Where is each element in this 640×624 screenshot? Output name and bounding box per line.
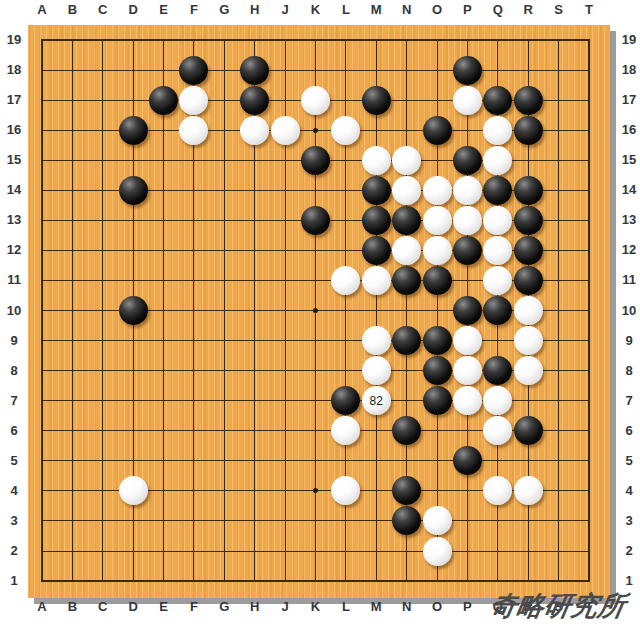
stone-white-Q13[interactable] bbox=[483, 206, 512, 235]
coord-label-bottom-N: N bbox=[395, 599, 419, 615]
coord-label-left-14: 14 bbox=[2, 182, 26, 198]
stone-white-L4[interactable] bbox=[331, 476, 360, 505]
coord-label-right-18: 18 bbox=[616, 62, 640, 78]
coord-label-top-R: R bbox=[516, 2, 540, 18]
coord-label-right-4: 4 bbox=[616, 483, 640, 499]
stone-white-O14[interactable] bbox=[423, 176, 452, 205]
coord-label-left-19: 19 bbox=[2, 32, 26, 48]
move-number-label: 82 bbox=[370, 395, 383, 407]
grid-line-horizontal bbox=[41, 520, 590, 521]
coord-label-top-K: K bbox=[304, 2, 328, 18]
coord-label-top-Q: Q bbox=[486, 2, 510, 18]
stone-black-N4[interactable] bbox=[392, 476, 421, 505]
stone-white-Q16[interactable] bbox=[483, 116, 512, 145]
coord-label-left-5: 5 bbox=[2, 453, 26, 469]
watermark: 奇略研究所 bbox=[487, 588, 628, 624]
coord-label-bottom-L: L bbox=[334, 599, 358, 615]
coord-label-top-T: T bbox=[577, 2, 601, 18]
stone-black-R14[interactable] bbox=[514, 176, 543, 205]
stone-black-R17[interactable] bbox=[514, 86, 543, 115]
stone-white-R9[interactable] bbox=[514, 326, 543, 355]
coord-label-left-16: 16 bbox=[2, 122, 26, 138]
coord-label-left-17: 17 bbox=[2, 92, 26, 108]
grid-line-vertical bbox=[588, 39, 590, 582]
grid-line-horizontal bbox=[41, 460, 590, 461]
coord-label-right-7: 7 bbox=[616, 393, 640, 409]
stone-black-M14[interactable] bbox=[362, 176, 391, 205]
coord-label-bottom-K: K bbox=[304, 599, 328, 615]
stone-black-R6[interactable] bbox=[514, 416, 543, 445]
stone-black-N6[interactable] bbox=[392, 416, 421, 445]
stone-white-P9[interactable] bbox=[453, 326, 482, 355]
coord-label-right-17: 17 bbox=[616, 92, 640, 108]
stone-black-L7[interactable] bbox=[331, 386, 360, 415]
stone-black-O11[interactable] bbox=[423, 266, 452, 295]
stone-white-P13[interactable] bbox=[453, 206, 482, 235]
coord-label-right-1: 1 bbox=[616, 573, 640, 589]
coord-label-left-6: 6 bbox=[2, 423, 26, 439]
coord-label-top-D: D bbox=[121, 2, 145, 18]
coord-label-right-9: 9 bbox=[616, 333, 640, 349]
stone-black-N9[interactable] bbox=[392, 326, 421, 355]
coord-label-left-1: 1 bbox=[2, 573, 26, 589]
stone-white-M7[interactable]: 82 bbox=[362, 386, 391, 415]
stone-white-L6[interactable] bbox=[331, 416, 360, 445]
stone-white-M9[interactable] bbox=[362, 326, 391, 355]
stone-white-M8[interactable] bbox=[362, 356, 391, 385]
stone-white-F16[interactable] bbox=[179, 116, 208, 145]
grid-line-horizontal bbox=[41, 340, 590, 341]
coord-label-left-10: 10 bbox=[2, 303, 26, 319]
coord-label-left-7: 7 bbox=[2, 393, 26, 409]
coord-label-right-3: 3 bbox=[616, 513, 640, 529]
coord-label-bottom-J: J bbox=[273, 599, 297, 615]
coord-label-right-13: 13 bbox=[616, 212, 640, 228]
stone-white-O12[interactable] bbox=[423, 236, 452, 265]
stone-black-D16[interactable] bbox=[119, 116, 148, 145]
coord-label-top-H: H bbox=[243, 2, 267, 18]
stone-white-R10[interactable] bbox=[514, 296, 543, 325]
coord-label-bottom-E: E bbox=[152, 599, 176, 615]
stone-black-K15[interactable] bbox=[301, 146, 330, 175]
coord-label-left-8: 8 bbox=[2, 363, 26, 379]
stone-black-O7[interactable] bbox=[423, 386, 452, 415]
coord-label-bottom-G: G bbox=[212, 599, 236, 615]
stone-white-Q4[interactable] bbox=[483, 476, 512, 505]
coord-label-right-14: 14 bbox=[616, 182, 640, 198]
coord-label-top-E: E bbox=[152, 2, 176, 18]
stone-black-M13[interactable] bbox=[362, 206, 391, 235]
stone-black-O8[interactable] bbox=[423, 356, 452, 385]
coord-label-left-9: 9 bbox=[2, 333, 26, 349]
stone-black-P5[interactable] bbox=[453, 446, 482, 475]
stone-black-N11[interactable] bbox=[392, 266, 421, 295]
stone-black-K13[interactable] bbox=[301, 206, 330, 235]
stone-white-M15[interactable] bbox=[362, 146, 391, 175]
stone-white-P14[interactable] bbox=[453, 176, 482, 205]
stone-black-H17[interactable] bbox=[240, 86, 269, 115]
coord-label-top-C: C bbox=[91, 2, 115, 18]
stone-white-R4[interactable] bbox=[514, 476, 543, 505]
coord-label-bottom-D: D bbox=[121, 599, 145, 615]
stone-black-P12[interactable] bbox=[453, 236, 482, 265]
coord-label-bottom-M: M bbox=[364, 599, 388, 615]
coord-label-left-15: 15 bbox=[2, 152, 26, 168]
coord-label-bottom-O: O bbox=[425, 599, 449, 615]
stone-white-Q6[interactable] bbox=[483, 416, 512, 445]
stone-black-P10[interactable] bbox=[453, 296, 482, 325]
stone-black-H18[interactable] bbox=[240, 56, 269, 85]
stone-white-P7[interactable] bbox=[453, 386, 482, 415]
stone-black-R11[interactable] bbox=[514, 266, 543, 295]
stone-white-O2[interactable] bbox=[423, 537, 452, 566]
stone-white-Q11[interactable] bbox=[483, 266, 512, 295]
coord-label-right-16: 16 bbox=[616, 122, 640, 138]
stone-white-Q15[interactable] bbox=[483, 146, 512, 175]
grid-line-horizontal bbox=[41, 580, 590, 582]
stone-black-Q8[interactable] bbox=[483, 356, 512, 385]
stone-white-O13[interactable] bbox=[423, 206, 452, 235]
coord-label-top-O: O bbox=[425, 2, 449, 18]
coord-label-right-8: 8 bbox=[616, 363, 640, 379]
stone-black-R16[interactable] bbox=[514, 116, 543, 145]
stone-black-Q14[interactable] bbox=[483, 176, 512, 205]
coord-label-left-3: 3 bbox=[2, 513, 26, 529]
coord-label-top-G: G bbox=[212, 2, 236, 18]
coord-label-top-B: B bbox=[60, 2, 84, 18]
coord-label-top-L: L bbox=[334, 2, 358, 18]
stone-black-P18[interactable] bbox=[453, 56, 482, 85]
stone-black-Q10[interactable] bbox=[483, 296, 512, 325]
star-point bbox=[313, 128, 318, 133]
coord-label-top-F: F bbox=[182, 2, 206, 18]
stone-white-J16[interactable] bbox=[271, 116, 300, 145]
coord-label-bottom-C: C bbox=[91, 599, 115, 615]
stone-white-N15[interactable] bbox=[392, 146, 421, 175]
stone-white-N14[interactable] bbox=[392, 176, 421, 205]
stone-white-R8[interactable] bbox=[514, 356, 543, 385]
stone-white-M11[interactable] bbox=[362, 266, 391, 295]
coord-label-top-M: M bbox=[364, 2, 388, 18]
coord-label-right-2: 2 bbox=[616, 543, 640, 559]
coord-label-right-10: 10 bbox=[616, 303, 640, 319]
coord-label-left-11: 11 bbox=[2, 272, 26, 288]
stone-white-P8[interactable] bbox=[453, 356, 482, 385]
coord-label-top-J: J bbox=[273, 2, 297, 18]
stone-black-F18[interactable] bbox=[179, 56, 208, 85]
coord-label-left-12: 12 bbox=[2, 242, 26, 258]
coord-label-right-6: 6 bbox=[616, 423, 640, 439]
coord-label-bottom-P: P bbox=[455, 599, 479, 615]
stone-white-Q7[interactable] bbox=[483, 386, 512, 415]
stone-white-P17[interactable] bbox=[453, 86, 482, 115]
coord-label-bottom-F: F bbox=[182, 599, 206, 615]
stone-white-F17[interactable] bbox=[179, 86, 208, 115]
stone-black-M12[interactable] bbox=[362, 236, 391, 265]
stone-black-N13[interactable] bbox=[392, 206, 421, 235]
coord-label-left-18: 18 bbox=[2, 62, 26, 78]
stone-black-Q17[interactable] bbox=[483, 86, 512, 115]
stone-white-Q12[interactable] bbox=[483, 236, 512, 265]
stone-black-O9[interactable] bbox=[423, 326, 452, 355]
stone-black-E17[interactable] bbox=[149, 86, 178, 115]
stone-white-D4[interactable] bbox=[119, 476, 148, 505]
stone-white-H16[interactable] bbox=[240, 116, 269, 145]
grid-line-vertical bbox=[558, 39, 559, 582]
stone-black-D10[interactable] bbox=[119, 296, 148, 325]
go-diagram-page: 82 奇略研究所 AABBCCDDEEFFGGHHJJKKLLMMNNOOPPQ… bbox=[0, 0, 640, 624]
stone-white-N12[interactable] bbox=[392, 236, 421, 265]
star-point bbox=[313, 308, 318, 313]
stone-black-D14[interactable] bbox=[119, 176, 148, 205]
coord-label-bottom-A: A bbox=[30, 599, 54, 615]
coord-label-top-S: S bbox=[547, 2, 571, 18]
coord-label-right-5: 5 bbox=[616, 453, 640, 469]
stone-black-R12[interactable] bbox=[514, 236, 543, 265]
coord-label-right-12: 12 bbox=[616, 242, 640, 258]
coord-label-right-15: 15 bbox=[616, 152, 640, 168]
stone-black-R13[interactable] bbox=[514, 206, 543, 235]
stone-black-M17[interactable] bbox=[362, 86, 391, 115]
coord-label-top-P: P bbox=[455, 2, 479, 18]
grid-line-horizontal bbox=[41, 551, 590, 552]
go-board[interactable]: 82 bbox=[28, 25, 610, 598]
stone-white-L16[interactable] bbox=[331, 116, 360, 145]
stone-black-O16[interactable] bbox=[423, 116, 452, 145]
coord-label-right-11: 11 bbox=[616, 272, 640, 288]
coord-label-bottom-H: H bbox=[243, 599, 267, 615]
stone-black-N3[interactable] bbox=[392, 506, 421, 535]
stone-white-K17[interactable] bbox=[301, 86, 330, 115]
stone-white-O3[interactable] bbox=[423, 506, 452, 535]
coord-label-left-13: 13 bbox=[2, 212, 26, 228]
coord-label-left-2: 2 bbox=[2, 543, 26, 559]
stone-black-P15[interactable] bbox=[453, 146, 482, 175]
coord-label-top-N: N bbox=[395, 2, 419, 18]
stone-white-L11[interactable] bbox=[331, 266, 360, 295]
grid-line-vertical bbox=[376, 39, 377, 582]
star-point bbox=[313, 488, 318, 493]
coord-label-right-19: 19 bbox=[616, 32, 640, 48]
coord-label-top-A: A bbox=[30, 2, 54, 18]
coord-label-bottom-B: B bbox=[60, 599, 84, 615]
coord-label-left-4: 4 bbox=[2, 483, 26, 499]
